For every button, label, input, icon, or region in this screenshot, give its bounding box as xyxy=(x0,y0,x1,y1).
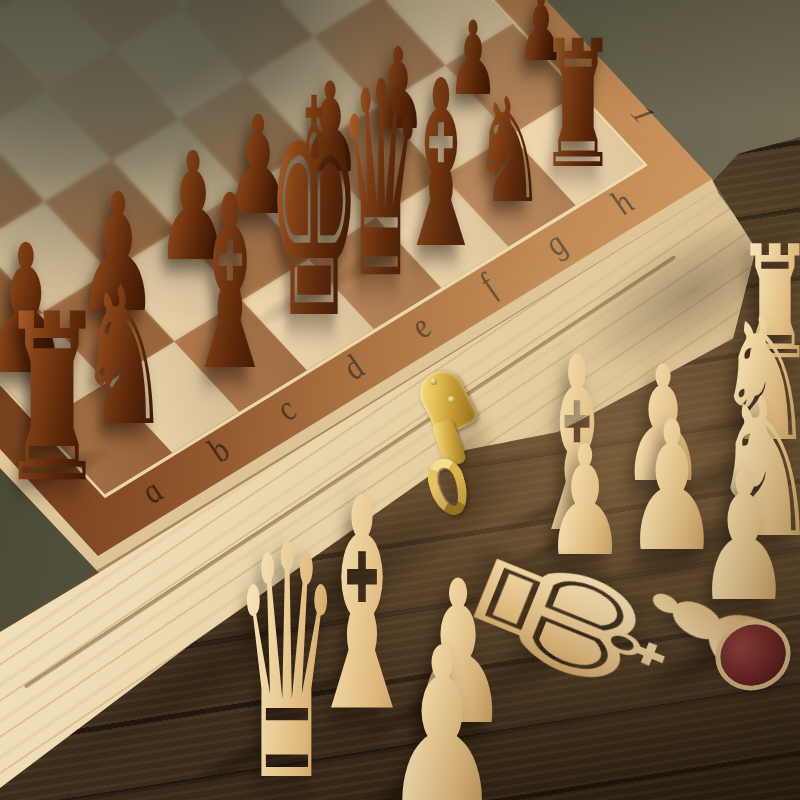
chess-set-photo: abcdefgh1 ♟♟♟♟♟♟♟♟♜♞♝♚♛♝♞♜♛♝♝♟♟♟♚♟♜♞♞♟♟♟ xyxy=(0,0,800,800)
dark-rook-h1: ♜ xyxy=(539,18,617,194)
light-pawn: ♟ xyxy=(382,618,501,800)
file-label-b: b xyxy=(198,431,240,470)
dark-king-d1: ♚ xyxy=(267,60,361,360)
latch-screw xyxy=(430,378,437,385)
light-queen: ♛ xyxy=(234,505,341,800)
file-label-a: a xyxy=(130,472,172,511)
dark-bishop-c1: ♝ xyxy=(182,165,279,405)
latch-screw xyxy=(448,396,455,403)
dark-rook-a1: ♜ xyxy=(0,283,105,514)
